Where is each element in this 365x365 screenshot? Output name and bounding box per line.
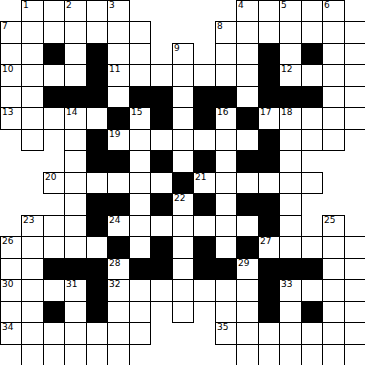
cell-r12-c8[interactable]	[172, 258, 194, 280]
block-cell-r14-c4	[86, 301, 108, 323]
cell-r6-c10[interactable]	[215, 129, 237, 151]
cell-r11-c2[interactable]	[43, 236, 65, 259]
clue-number-4: 4	[238, 0, 244, 10]
block-cell-r4-c4	[86, 86, 108, 108]
cell-r16-c13[interactable]	[279, 344, 302, 365]
cell-r13-c7[interactable]	[150, 279, 173, 302]
cell-r3-c5[interactable]: 11	[107, 64, 130, 87]
clue-number-3: 3	[109, 0, 115, 10]
cell-r0-c13[interactable]: 5	[279, 0, 302, 22]
cell-r15-c16[interactable]	[344, 322, 365, 345]
clue-number-26: 26	[2, 236, 13, 246]
cell-r8-c5[interactable]	[107, 172, 130, 194]
cell-r2-c0[interactable]	[0, 43, 22, 65]
clue-number-24: 24	[109, 215, 120, 225]
cell-r1-c0[interactable]: 7	[0, 21, 22, 44]
block-cell-r3-c4	[86, 64, 108, 87]
cell-r5-c12[interactable]: 17	[258, 107, 280, 130]
cell-r15-c3[interactable]	[64, 322, 87, 345]
cell-r0-c3[interactable]: 2	[64, 0, 87, 22]
cell-r13-c3[interactable]: 31	[64, 279, 87, 302]
cell-r6-c8[interactable]	[172, 129, 194, 151]
cell-r14-c8[interactable]	[172, 301, 194, 323]
cell-r16-c11[interactable]	[236, 344, 259, 365]
cell-r11-c6[interactable]	[129, 236, 151, 259]
cell-r4-c15[interactable]	[322, 86, 345, 108]
cell-r5-c14[interactable]	[301, 107, 323, 130]
clue-number-34: 34	[2, 322, 13, 332]
cell-r7-c8[interactable]	[172, 150, 194, 173]
cell-r11-c14[interactable]	[301, 236, 323, 259]
block-cell-r5-c5	[107, 107, 130, 130]
cell-r1-c13[interactable]	[279, 21, 302, 44]
block-cell-r4-c10	[215, 86, 237, 108]
cell-r8-c10[interactable]	[215, 172, 237, 194]
cell-r8-c7[interactable]	[150, 172, 173, 194]
cell-r10-c9[interactable]	[193, 215, 216, 237]
block-cell-r11-c5	[107, 236, 130, 259]
cell-r4-c16[interactable]	[344, 86, 365, 108]
cell-r15-c5[interactable]	[107, 322, 130, 345]
cell-r3-c11[interactable]	[236, 64, 259, 87]
cell-r0-c12[interactable]	[258, 0, 280, 22]
cell-r1-c4[interactable]	[86, 21, 108, 44]
cell-r6-c11[interactable]	[236, 129, 259, 151]
cell-r15-c10[interactable]: 35	[215, 322, 237, 345]
clue-number-18: 18	[281, 107, 292, 117]
cell-r6-c9[interactable]	[193, 129, 216, 151]
block-cell-r12-c9	[193, 258, 216, 280]
cell-r7-c3[interactable]	[64, 150, 87, 173]
clue-number-14: 14	[66, 107, 77, 117]
block-cell-r5-c11	[236, 107, 259, 130]
cell-r4-c0[interactable]	[0, 86, 22, 108]
cell-r5-c2[interactable]	[43, 107, 65, 130]
cell-r1-c1[interactable]	[21, 21, 44, 44]
cell-r5-c15[interactable]	[322, 107, 345, 130]
cell-r12-c16[interactable]	[344, 258, 365, 280]
cell-r8-c14[interactable]	[301, 172, 323, 194]
cell-r13-c9[interactable]	[193, 279, 216, 302]
clue-number-9: 9	[174, 43, 180, 53]
cell-r9-c8[interactable]: 22	[172, 193, 194, 216]
cell-r13-c5[interactable]: 32	[107, 279, 130, 302]
cell-r5-c10[interactable]: 16	[215, 107, 237, 130]
cell-r14-c15[interactable]	[322, 301, 345, 323]
cell-r12-c1[interactable]	[21, 258, 44, 280]
cell-r0-c11[interactable]: 4	[236, 0, 259, 22]
clue-number-5: 5	[281, 0, 287, 10]
cell-r1-c5[interactable]	[107, 21, 130, 44]
cell-r2-c8[interactable]: 9	[172, 43, 194, 65]
cell-r9-c6[interactable]	[129, 193, 151, 216]
cell-r2-c5[interactable]	[107, 43, 130, 65]
cell-r8-c6[interactable]	[129, 172, 151, 194]
cell-r6-c14[interactable]	[301, 129, 323, 151]
cell-r9-c10[interactable]	[215, 193, 237, 216]
block-cell-r7-c12	[258, 150, 280, 173]
clue-number-23: 23	[23, 215, 34, 225]
cell-r15-c4[interactable]	[86, 322, 108, 345]
cell-r2-c13[interactable]	[279, 43, 302, 65]
cell-r8-c13[interactable]	[279, 172, 302, 194]
cell-r15-c15[interactable]	[322, 322, 345, 345]
block-cell-r9-c11	[236, 193, 259, 216]
block-cell-r5-c7	[150, 107, 173, 130]
block-cell-r9-c9	[193, 193, 216, 216]
cell-r1-c11[interactable]	[236, 21, 259, 44]
clue-number-32: 32	[109, 279, 120, 289]
clue-number-22: 22	[174, 193, 185, 203]
cell-r14-c11[interactable]	[236, 301, 259, 323]
cell-r1-c12[interactable]	[258, 21, 280, 44]
block-cell-r2-c4	[86, 43, 108, 65]
cell-r16-c15[interactable]	[322, 344, 345, 365]
cell-r14-c16[interactable]	[344, 301, 365, 323]
cell-r1-c3[interactable]	[64, 21, 87, 44]
block-cell-r10-c4	[86, 215, 108, 237]
cell-r5-c3[interactable]: 14	[64, 107, 87, 130]
cell-r10-c11[interactable]	[236, 215, 259, 237]
cell-r15-c2[interactable]	[43, 322, 65, 345]
cell-r0-c14[interactable]	[301, 0, 323, 22]
cell-r15-c6[interactable]	[129, 322, 151, 345]
block-cell-r11-c7	[150, 236, 173, 259]
cell-r14-c13[interactable]	[279, 301, 302, 323]
block-cell-r11-c11	[236, 236, 259, 259]
clue-number-1: 1	[23, 0, 29, 10]
clue-number-20: 20	[45, 172, 56, 182]
crossword-grid: 1234567891011121314151617181920212223242…	[0, 0, 365, 365]
cell-r16-c1[interactable]	[21, 344, 44, 365]
block-cell-r6-c12	[258, 129, 280, 151]
cell-r2-c11[interactable]	[236, 43, 259, 65]
clue-number-13: 13	[2, 107, 13, 117]
block-cell-r12-c12	[258, 258, 280, 280]
clue-number-21: 21	[195, 172, 206, 182]
cell-r11-c1[interactable]	[21, 236, 44, 259]
block-cell-r14-c12	[258, 301, 280, 323]
cell-r11-c10[interactable]	[215, 236, 237, 259]
cell-r1-c14[interactable]	[301, 21, 323, 44]
cell-r8-c3[interactable]	[64, 172, 87, 194]
cell-r10-c2[interactable]	[43, 215, 65, 237]
cell-r5-c16[interactable]	[344, 107, 365, 130]
cell-r1-c2[interactable]	[43, 21, 65, 44]
clue-number-33: 33	[281, 279, 292, 289]
cell-r15-c11[interactable]	[236, 322, 259, 345]
block-cell-r5-c9	[193, 107, 216, 130]
cell-r7-c6[interactable]	[129, 150, 151, 173]
cell-r5-c8[interactable]	[172, 107, 194, 130]
cell-r0-c15[interactable]: 6	[322, 0, 345, 22]
cell-r14-c10[interactable]	[215, 301, 237, 323]
block-cell-r14-c14	[301, 301, 323, 323]
clue-number-7: 7	[2, 21, 8, 31]
cell-r4-c5[interactable]	[107, 86, 130, 108]
cell-r1-c10[interactable]: 8	[215, 21, 237, 44]
block-cell-r12-c4	[86, 258, 108, 280]
cell-r16-c3[interactable]	[64, 344, 87, 365]
cell-r4-c1[interactable]	[21, 86, 44, 108]
cell-r13-c6[interactable]	[129, 279, 151, 302]
block-cell-r10-c12	[258, 215, 280, 237]
cell-r3-c16[interactable]	[344, 64, 365, 87]
cell-r5-c6[interactable]: 15	[129, 107, 151, 130]
cell-r3-c6[interactable]	[129, 64, 151, 87]
cell-r13-c15[interactable]	[322, 279, 345, 302]
clue-number-8: 8	[217, 21, 223, 31]
clue-number-27: 27	[260, 236, 271, 246]
cell-r15-c12[interactable]	[258, 322, 280, 345]
block-cell-r9-c4	[86, 193, 108, 216]
cell-r3-c3[interactable]	[64, 64, 87, 87]
cell-r6-c3[interactable]	[64, 129, 87, 151]
block-cell-r9-c12	[258, 193, 280, 216]
cell-r6-c5[interactable]: 19	[107, 129, 130, 151]
block-cell-r4-c13	[279, 86, 302, 108]
cell-r6-c7[interactable]	[150, 129, 173, 151]
cell-r7-c13[interactable]	[279, 150, 302, 173]
clue-number-12: 12	[281, 64, 292, 74]
cell-r14-c6[interactable]	[129, 301, 151, 323]
clue-number-17: 17	[260, 107, 271, 117]
cell-r0-c5[interactable]: 3	[107, 0, 130, 22]
cell-r3-c1[interactable]	[21, 64, 44, 87]
cell-r13-c8[interactable]	[172, 279, 194, 302]
block-cell-r2-c14	[301, 43, 323, 65]
cell-r15-c13[interactable]	[279, 322, 302, 345]
cell-r13-c0[interactable]: 30	[0, 279, 22, 302]
cell-r16-c12[interactable]	[258, 344, 280, 365]
cell-r12-c5[interactable]: 28	[107, 258, 130, 280]
cell-r10-c1[interactable]: 23	[21, 215, 44, 237]
block-cell-r8-c8	[172, 172, 194, 194]
cell-r0-c2[interactable]	[43, 0, 65, 22]
cell-r5-c4[interactable]	[86, 107, 108, 130]
cell-r13-c13[interactable]: 33	[279, 279, 302, 302]
cell-r13-c11[interactable]	[236, 279, 259, 302]
clue-number-16: 16	[217, 107, 228, 117]
block-cell-r7-c7	[150, 150, 173, 173]
cell-r5-c13[interactable]: 18	[279, 107, 302, 130]
cell-r2-c6[interactable]	[129, 43, 151, 65]
cell-r8-c4[interactable]	[86, 172, 108, 194]
block-cell-r12-c14	[301, 258, 323, 280]
cell-r6-c13[interactable]	[279, 129, 302, 151]
block-cell-r7-c5	[107, 150, 130, 173]
cell-r12-c11[interactable]: 29	[236, 258, 259, 280]
cell-r11-c12[interactable]: 27	[258, 236, 280, 259]
cell-r5-c1[interactable]	[21, 107, 44, 130]
cell-r11-c15[interactable]	[322, 236, 345, 259]
block-cell-r2-c2	[43, 43, 65, 65]
cell-r3-c0[interactable]: 10	[0, 64, 22, 87]
block-cell-r7-c11	[236, 150, 259, 173]
cell-r10-c5[interactable]: 24	[107, 215, 130, 237]
cell-r3-c8[interactable]	[172, 64, 194, 87]
cell-r10-c7[interactable]	[150, 215, 173, 237]
clue-number-28: 28	[109, 258, 120, 268]
cell-r4-c8[interactable]	[172, 86, 194, 108]
block-cell-r6-c4	[86, 129, 108, 151]
block-cell-r12-c13	[279, 258, 302, 280]
cell-r6-c1[interactable]	[21, 129, 44, 151]
cell-r2-c10[interactable]	[215, 43, 237, 65]
cell-r15-c0[interactable]: 34	[0, 322, 22, 345]
cell-r8-c2[interactable]: 20	[43, 172, 65, 194]
cell-r14-c3[interactable]	[64, 301, 87, 323]
cell-r10-c6[interactable]	[129, 215, 151, 237]
cell-r11-c0[interactable]: 26	[0, 236, 22, 259]
clue-number-2: 2	[66, 0, 72, 10]
cell-r11-c4[interactable]	[86, 236, 108, 259]
cell-r14-c5[interactable]	[107, 301, 130, 323]
block-cell-r4-c6	[129, 86, 151, 108]
block-cell-r12-c10	[215, 258, 237, 280]
block-cell-r4-c7	[150, 86, 173, 108]
block-cell-r7-c9	[193, 150, 216, 173]
block-cell-r11-c9	[193, 236, 216, 259]
clue-number-15: 15	[131, 107, 142, 117]
cell-r14-c1[interactable]	[21, 301, 44, 323]
cell-r0-c1[interactable]: 1	[21, 0, 44, 22]
cell-r13-c2[interactable]	[43, 279, 65, 302]
cell-r12-c15[interactable]	[322, 258, 345, 280]
block-cell-r3-c12	[258, 64, 280, 87]
cell-r2-c3[interactable]	[64, 43, 87, 65]
cell-r3-c13[interactable]: 12	[279, 64, 302, 87]
cell-r10-c13[interactable]	[279, 215, 302, 237]
cell-r10-c3[interactable]	[64, 215, 87, 237]
clue-number-25: 25	[324, 215, 335, 225]
clue-number-29: 29	[238, 258, 249, 268]
cell-r15-c14[interactable]	[301, 322, 323, 345]
cell-r10-c10[interactable]	[215, 215, 237, 237]
cell-r13-c16[interactable]	[344, 279, 365, 302]
cell-r13-c1[interactable]	[21, 279, 44, 302]
cell-r8-c11[interactable]	[236, 172, 259, 194]
clue-number-6: 6	[324, 0, 330, 10]
cell-r3-c15[interactable]	[322, 64, 345, 87]
block-cell-r13-c12	[258, 279, 280, 302]
block-cell-r14-c2	[43, 301, 65, 323]
block-cell-r4-c12	[258, 86, 280, 108]
cell-r1-c15[interactable]	[322, 21, 345, 44]
cell-r13-c14[interactable]	[301, 279, 323, 302]
block-cell-r12-c3	[64, 258, 87, 280]
block-cell-r12-c2	[43, 258, 65, 280]
cell-r3-c10[interactable]	[215, 64, 237, 87]
cell-r0-c4[interactable]	[86, 0, 108, 22]
cell-r2-c16[interactable]	[344, 43, 365, 65]
cell-r4-c11[interactable]	[236, 86, 259, 108]
block-cell-r12-c7	[150, 258, 173, 280]
block-cell-r4-c14	[301, 86, 323, 108]
block-cell-r4-c9	[193, 86, 216, 108]
clue-number-31: 31	[66, 279, 77, 289]
cell-r6-c6[interactable]	[129, 129, 151, 151]
cell-r16-c4[interactable]	[86, 344, 108, 365]
block-cell-r12-c6	[129, 258, 151, 280]
cell-r3-c14[interactable]	[301, 64, 323, 87]
cell-r2-c15[interactable]	[322, 43, 345, 65]
cell-r16-c5[interactable]	[107, 344, 130, 365]
cell-r11-c16[interactable]	[344, 236, 365, 259]
cell-r1-c6[interactable]	[129, 21, 151, 44]
cell-r2-c1[interactable]	[21, 43, 44, 65]
block-cell-r4-c3	[64, 86, 87, 108]
block-cell-r4-c2	[43, 86, 65, 108]
cell-r5-c0[interactable]: 13	[0, 107, 22, 130]
cell-r9-c3[interactable]	[64, 193, 87, 216]
cell-r12-c0[interactable]	[0, 258, 22, 280]
block-cell-r9-c5	[107, 193, 130, 216]
cell-r11-c13[interactable]	[279, 236, 302, 259]
cell-r11-c8[interactable]	[172, 236, 194, 259]
cell-r10-c8[interactable]	[172, 215, 194, 237]
block-cell-r13-c4	[86, 279, 108, 302]
cell-r13-c10[interactable]	[215, 279, 237, 302]
clue-number-35: 35	[217, 322, 228, 332]
cell-r15-c1[interactable]	[21, 322, 44, 345]
cell-r11-c3[interactable]	[64, 236, 87, 259]
clue-number-11: 11	[109, 64, 120, 74]
cell-r8-c12[interactable]	[258, 172, 280, 194]
cell-r7-c10[interactable]	[215, 150, 237, 173]
clue-number-30: 30	[2, 279, 13, 289]
cell-r16-c14[interactable]	[301, 344, 323, 365]
cell-r10-c15[interactable]: 25	[322, 215, 345, 237]
clue-number-10: 10	[2, 64, 13, 74]
cell-r3-c7[interactable]	[150, 64, 173, 87]
cell-r6-c15[interactable]	[322, 129, 345, 151]
clue-number-19: 19	[109, 129, 120, 139]
block-cell-r7-c4	[86, 150, 108, 173]
cell-r3-c9[interactable]	[193, 64, 216, 87]
block-cell-r2-c12	[258, 43, 280, 65]
cell-r8-c9[interactable]: 21	[193, 172, 216, 194]
cell-r3-c2[interactable]	[43, 64, 65, 87]
cell-r1-c16[interactable]	[344, 21, 365, 44]
cell-r16-c2[interactable]	[43, 344, 65, 365]
block-cell-r9-c7	[150, 193, 173, 216]
cell-r14-c0[interactable]	[0, 301, 22, 323]
cell-r9-c13[interactable]	[279, 193, 302, 216]
